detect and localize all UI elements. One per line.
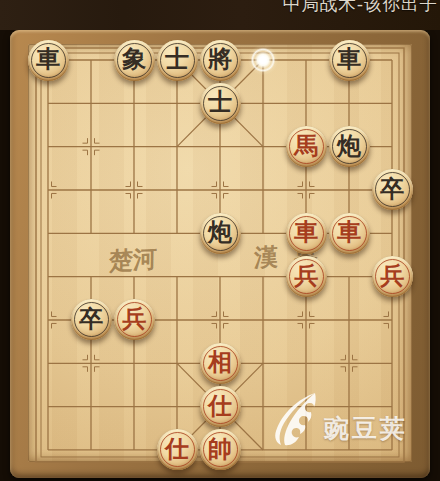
top-bar: 中局战术-该你出子 bbox=[0, 0, 440, 30]
piece-red-soldier[interactable]: 兵 bbox=[372, 256, 413, 297]
piece-glyph: 仕 bbox=[208, 394, 232, 418]
piece-red-soldier[interactable]: 兵 bbox=[114, 299, 155, 340]
piece-glyph: 馬 bbox=[294, 134, 318, 158]
piece-glyph: 卒 bbox=[380, 177, 404, 201]
piece-black-cannon[interactable]: 炮 bbox=[200, 213, 241, 254]
piece-black-soldier[interactable]: 卒 bbox=[71, 299, 112, 340]
piece-glyph: 相 bbox=[208, 350, 232, 374]
piece-black-chariot[interactable]: 車 bbox=[28, 40, 69, 81]
piece-black-chariot[interactable]: 車 bbox=[329, 40, 370, 81]
piece-black-elephant[interactable]: 象 bbox=[114, 40, 155, 81]
piece-black-advisor[interactable]: 士 bbox=[200, 83, 241, 124]
piece-red-advisor[interactable]: 仕 bbox=[157, 429, 198, 470]
piece-glyph: 炮 bbox=[337, 134, 361, 158]
xiangqi-board[interactable]: 楚河 漢界 車象士將車士馬炮卒炮車車兵兵卒兵相仕仕帥 bbox=[10, 30, 430, 478]
piece-red-elephant[interactable]: 相 bbox=[200, 343, 241, 384]
piece-glyph: 將 bbox=[208, 47, 232, 71]
piece-glyph: 士 bbox=[165, 47, 189, 71]
piece-glyph: 車 bbox=[36, 47, 60, 71]
piece-glyph: 車 bbox=[294, 220, 318, 244]
piece-glyph: 仕 bbox=[165, 437, 189, 461]
piece-red-horse[interactable]: 馬 bbox=[286, 126, 327, 167]
piece-glyph: 卒 bbox=[79, 307, 103, 331]
piece-black-cannon[interactable]: 炮 bbox=[329, 126, 370, 167]
piece-black-advisor[interactable]: 士 bbox=[157, 40, 198, 81]
river-label-left: 楚河 bbox=[109, 243, 157, 278]
piece-red-soldier[interactable]: 兵 bbox=[286, 256, 327, 297]
piece-glyph: 車 bbox=[337, 47, 361, 71]
piece-red-general[interactable]: 帥 bbox=[200, 429, 241, 470]
piece-glyph: 炮 bbox=[208, 220, 232, 244]
piece-red-chariot[interactable]: 車 bbox=[286, 213, 327, 254]
piece-glyph: 車 bbox=[337, 220, 361, 244]
piece-glyph: 兵 bbox=[122, 307, 146, 331]
piece-glyph: 兵 bbox=[294, 264, 318, 288]
piece-red-advisor[interactable]: 仕 bbox=[200, 386, 241, 427]
piece-red-chariot[interactable]: 車 bbox=[329, 213, 370, 254]
piece-black-soldier[interactable]: 卒 bbox=[372, 169, 413, 210]
piece-glyph: 兵 bbox=[380, 264, 404, 288]
piece-black-general[interactable]: 將 bbox=[200, 40, 241, 81]
puzzle-title: 中局战术-该你出子 bbox=[283, 0, 438, 16]
piece-glyph: 象 bbox=[122, 47, 146, 71]
piece-glyph: 士 bbox=[208, 90, 232, 114]
piece-glyph: 帥 bbox=[208, 437, 232, 461]
